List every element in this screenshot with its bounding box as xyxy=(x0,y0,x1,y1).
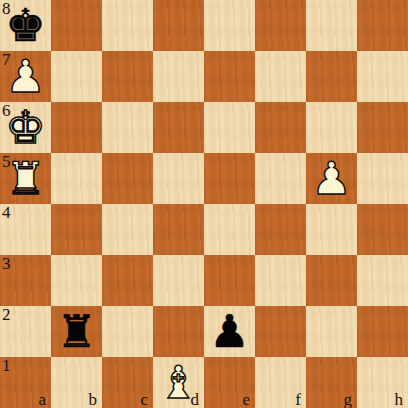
square-e4[interactable] xyxy=(204,204,255,255)
rank-label-4: 4 xyxy=(2,203,11,223)
square-b4[interactable] xyxy=(51,204,102,255)
square-e2[interactable]: ♟ xyxy=(204,306,255,357)
file-label-a: a xyxy=(38,390,46,408)
square-b6[interactable] xyxy=(51,102,102,153)
square-b1[interactable]: b xyxy=(51,357,102,408)
square-g5[interactable]: ♟ xyxy=(306,153,357,204)
square-d1[interactable]: d♝ xyxy=(153,357,204,408)
square-f2[interactable] xyxy=(255,306,306,357)
white-king-a6[interactable]: ♚ xyxy=(0,102,51,153)
rank-label-2: 2 xyxy=(2,305,11,325)
square-g4[interactable] xyxy=(306,204,357,255)
square-d5[interactable] xyxy=(153,153,204,204)
file-label-g: g xyxy=(344,390,353,408)
square-h4[interactable] xyxy=(357,204,408,255)
square-b8[interactable] xyxy=(51,0,102,51)
file-label-c: c xyxy=(140,390,148,408)
black-pawn-e2[interactable]: ♟ xyxy=(204,306,255,357)
square-f6[interactable] xyxy=(255,102,306,153)
square-e8[interactable] xyxy=(204,0,255,51)
file-label-f: f xyxy=(295,390,301,408)
square-e1[interactable]: e xyxy=(204,357,255,408)
square-h1[interactable]: h xyxy=(357,357,408,408)
square-c4[interactable] xyxy=(102,204,153,255)
square-h3[interactable] xyxy=(357,255,408,306)
square-b7[interactable] xyxy=(51,51,102,102)
square-c7[interactable] xyxy=(102,51,153,102)
square-g8[interactable] xyxy=(306,0,357,51)
white-bishop-d1[interactable]: ♝ xyxy=(153,357,204,408)
square-a3[interactable]: 3 xyxy=(0,255,51,306)
square-e6[interactable] xyxy=(204,102,255,153)
square-e5[interactable] xyxy=(204,153,255,204)
square-b2[interactable]: ♜ xyxy=(51,306,102,357)
white-rook-a5[interactable]: ♜ xyxy=(0,153,51,204)
square-a6[interactable]: 6♚ xyxy=(0,102,51,153)
square-a8[interactable]: 8♚ xyxy=(0,0,51,51)
square-f7[interactable] xyxy=(255,51,306,102)
square-h7[interactable] xyxy=(357,51,408,102)
file-label-h: h xyxy=(395,390,404,408)
square-a4[interactable]: 4 xyxy=(0,204,51,255)
black-king-a8[interactable]: ♚ xyxy=(0,0,51,51)
square-d6[interactable] xyxy=(153,102,204,153)
square-a5[interactable]: 5♜ xyxy=(0,153,51,204)
white-pawn-g5[interactable]: ♟ xyxy=(306,153,357,204)
chess-board: 8♚7♟6♚5♜♟432♜♟1abcd♝efgh xyxy=(0,0,408,408)
square-g7[interactable] xyxy=(306,51,357,102)
square-h5[interactable] xyxy=(357,153,408,204)
square-b3[interactable] xyxy=(51,255,102,306)
white-pawn-a7[interactable]: ♟ xyxy=(0,51,51,102)
square-f1[interactable]: f xyxy=(255,357,306,408)
square-g3[interactable] xyxy=(306,255,357,306)
square-a1[interactable]: 1a xyxy=(0,357,51,408)
square-g6[interactable] xyxy=(306,102,357,153)
square-d3[interactable] xyxy=(153,255,204,306)
square-c8[interactable] xyxy=(102,0,153,51)
square-d7[interactable] xyxy=(153,51,204,102)
square-f3[interactable] xyxy=(255,255,306,306)
square-g1[interactable]: g xyxy=(306,357,357,408)
square-a2[interactable]: 2 xyxy=(0,306,51,357)
square-c5[interactable] xyxy=(102,153,153,204)
square-b5[interactable] xyxy=(51,153,102,204)
square-c3[interactable] xyxy=(102,255,153,306)
square-g2[interactable] xyxy=(306,306,357,357)
file-label-b: b xyxy=(89,390,98,408)
square-f8[interactable] xyxy=(255,0,306,51)
square-e3[interactable] xyxy=(204,255,255,306)
square-f4[interactable] xyxy=(255,204,306,255)
square-h2[interactable] xyxy=(357,306,408,357)
file-label-e: e xyxy=(242,390,250,408)
square-d2[interactable] xyxy=(153,306,204,357)
square-h6[interactable] xyxy=(357,102,408,153)
square-a7[interactable]: 7♟ xyxy=(0,51,51,102)
square-c1[interactable]: c xyxy=(102,357,153,408)
square-c2[interactable] xyxy=(102,306,153,357)
rank-label-1: 1 xyxy=(2,356,11,376)
square-e7[interactable] xyxy=(204,51,255,102)
black-rook-b2[interactable]: ♜ xyxy=(51,306,102,357)
square-d8[interactable] xyxy=(153,0,204,51)
square-h8[interactable] xyxy=(357,0,408,51)
rank-label-3: 3 xyxy=(2,254,11,274)
square-f5[interactable] xyxy=(255,153,306,204)
square-c6[interactable] xyxy=(102,102,153,153)
square-d4[interactable] xyxy=(153,204,204,255)
